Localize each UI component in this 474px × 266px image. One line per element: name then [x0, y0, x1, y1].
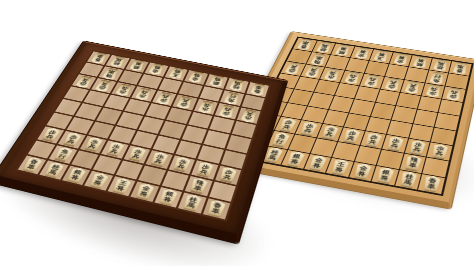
kanji-glyph: 将: [70, 175, 80, 181]
kanji-glyph: 車: [26, 164, 36, 170]
shogi-piece-pawn-sente[interactable]: 歩兵: [193, 161, 217, 179]
board-square[interactable]: 銀将: [372, 166, 399, 186]
kanji-glyph: 馬: [268, 155, 277, 161]
board-square[interactable]: 香車: [419, 174, 445, 194]
kanji-glyph: 兵: [109, 149, 118, 155]
kanji-glyph: 兵: [154, 159, 163, 165]
kanji-glyph: 兵: [303, 128, 312, 134]
kanji-glyph: 将: [154, 65, 162, 70]
kanji-glyph: 将: [312, 163, 321, 169]
kanji-glyph: 兵: [282, 125, 291, 131]
kanji-glyph: 兵: [131, 154, 140, 160]
kanji-glyph: 将: [290, 159, 299, 165]
kanji-glyph: 将: [340, 46, 348, 51]
kanji-glyph: 兵: [349, 73, 357, 78]
kanji-glyph: 将: [193, 73, 201, 78]
shogi-piece-pawn-sente[interactable]: 歩兵: [147, 151, 171, 169]
kanji-glyph: 行: [57, 154, 66, 160]
kanji-glyph: 馬: [437, 61, 445, 66]
shogi-piece-knight-sente[interactable]: 桂馬: [396, 170, 420, 189]
kanji-glyph: 兵: [309, 67, 317, 72]
shogi-piece-gold-sente[interactable]: 金将: [350, 162, 375, 180]
kanji-glyph: 兵: [81, 77, 89, 82]
kanji-glyph: 将: [134, 62, 142, 67]
kanji-glyph: 兵: [325, 132, 334, 138]
walnut-shogi-board: 香車桂馬銀将金将玉将金将銀将桂馬香車飛車角行歩兵歩兵歩兵歩兵歩兵歩兵歩兵歩兵歩兵…: [0, 41, 287, 243]
shogi-piece-lance-sente[interactable]: 香車: [204, 199, 229, 219]
kanji-glyph: 兵: [412, 147, 421, 153]
shogi-piece-king-sente[interactable]: 王将: [109, 177, 135, 196]
board-square[interactable]: 銀将: [154, 187, 182, 208]
kanji-glyph: 将: [139, 191, 149, 198]
kanji-glyph: 兵: [224, 106, 232, 111]
shogi-piece-pawn-sente[interactable]: 歩兵: [103, 141, 128, 158]
board-square[interactable]: 桂馬: [178, 192, 206, 213]
walnut-board-surface: 香車桂馬銀将金将玉将金将銀将桂馬香車飛車角行歩兵歩兵歩兵歩兵歩兵歩兵歩兵歩兵歩兵…: [0, 41, 287, 243]
kanji-glyph: 馬: [48, 169, 58, 175]
kanji-glyph: 行: [434, 73, 442, 78]
kanji-glyph: 兵: [290, 64, 298, 69]
kanji-glyph: 車: [315, 55, 323, 60]
kanji-glyph: 兵: [409, 83, 417, 88]
kanji-glyph: 兵: [161, 94, 169, 99]
kanji-glyph: 将: [380, 175, 389, 181]
kanji-glyph: 行: [229, 93, 237, 98]
kanji-glyph: 馬: [321, 43, 329, 47]
kanji-glyph: 将: [162, 196, 172, 203]
kanji-glyph: 兵: [45, 134, 54, 140]
kanji-glyph: 車: [108, 69, 116, 74]
shogi-piece-pawn-sente[interactable]: 歩兵: [125, 146, 150, 163]
kanji-glyph: 兵: [435, 151, 444, 157]
kanji-glyph: 車: [457, 64, 464, 69]
kanji-glyph: 馬: [186, 202, 196, 209]
shogi-piece-pawn-sente[interactable]: 歩兵: [216, 166, 240, 184]
kanji-glyph: 車: [408, 163, 417, 169]
kanji-glyph: 兵: [451, 89, 459, 94]
kanji-glyph: 車: [211, 208, 220, 215]
shogi-piece-silver-sente[interactable]: 銀将: [155, 187, 181, 207]
kanji-glyph: 馬: [115, 58, 123, 63]
shogi-piece-gold-sente[interactable]: 金将: [132, 182, 158, 201]
kanji-glyph: 馬: [403, 179, 412, 186]
kanji-glyph: 兵: [430, 86, 438, 91]
kanji-glyph: 兵: [141, 89, 149, 94]
kanji-glyph: 車: [193, 185, 202, 192]
shogi-piece-gold-sente[interactable]: 金将: [86, 171, 112, 190]
kanji-glyph: 将: [334, 167, 343, 173]
shogi-piece-lance-sente[interactable]: 香車: [420, 174, 444, 193]
walnut-board-grid: 香車桂馬銀将金将玉将金将銀将桂馬香車飛車角行歩兵歩兵歩兵歩兵歩兵歩兵歩兵歩兵歩兵…: [15, 50, 271, 222]
board-square[interactable]: 香車: [202, 198, 230, 219]
kanji-glyph: 兵: [101, 81, 109, 86]
kanji-glyph: 兵: [121, 85, 129, 90]
shogi-piece-knight-sente[interactable]: 桂馬: [179, 193, 204, 213]
kanji-glyph: 兵: [66, 139, 75, 145]
kanji-glyph: 車: [427, 183, 436, 190]
kanji-glyph: 兵: [88, 144, 97, 150]
kanji-glyph: 兵: [346, 136, 355, 142]
kanji-glyph: 将: [417, 58, 425, 63]
kanji-glyph: 兵: [182, 98, 190, 103]
kanji-glyph: 兵: [369, 76, 377, 81]
board-square[interactable]: 桂馬: [395, 170, 422, 190]
shogi-piece-pawn-sente[interactable]: 歩兵: [170, 156, 194, 174]
kanji-glyph: 将: [116, 185, 126, 192]
kanji-glyph: 兵: [390, 143, 399, 149]
kanji-glyph: 車: [96, 54, 104, 58]
kanji-glyph: 将: [357, 171, 366, 177]
kanji-glyph: 兵: [223, 174, 232, 180]
kanji-glyph: 行: [275, 139, 284, 145]
kanji-glyph: 兵: [245, 111, 253, 116]
kanji-glyph: 兵: [329, 70, 337, 75]
kanji-glyph: 将: [93, 180, 103, 187]
kanji-glyph: 将: [359, 49, 367, 54]
kanji-glyph: 車: [302, 40, 310, 44]
kanji-glyph: 兵: [176, 164, 185, 170]
kanji-glyph: 兵: [389, 80, 397, 85]
kanji-glyph: 将: [398, 55, 406, 60]
kanji-glyph: 兵: [368, 140, 377, 146]
shogi-piece-king-sente[interactable]: 王将: [327, 158, 352, 176]
shogi-piece-rook-sente[interactable]: 飛車: [186, 176, 211, 195]
shogi-piece-silver-sente[interactable]: 銀将: [373, 166, 397, 185]
kanji-glyph: 将: [378, 52, 386, 57]
kanji-glyph: 将: [173, 69, 181, 74]
product-photo-scene: 香車桂馬銀将金将玉将金将銀将桂馬香車飛車角行歩兵歩兵歩兵歩兵歩兵歩兵歩兵歩兵歩兵…: [0, 0, 474, 266]
kanji-glyph: 兵: [199, 169, 208, 175]
kanji-glyph: 兵: [203, 102, 211, 107]
